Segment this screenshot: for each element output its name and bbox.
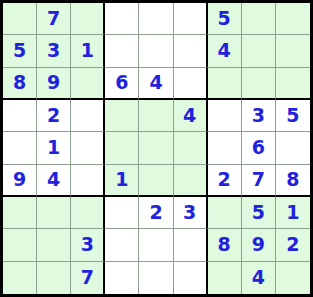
cell-r8c9[interactable]: 2 (276, 229, 310, 261)
cell-r5c3[interactable] (71, 132, 105, 164)
cell-r8c7[interactable]: 8 (208, 229, 242, 261)
cell-r6c4[interactable]: 1 (105, 165, 139, 197)
cell-r6c1[interactable]: 9 (3, 165, 37, 197)
given-digit: 8 (13, 73, 26, 92)
cell-r6c5[interactable] (139, 165, 173, 197)
cell-r9c3[interactable]: 7 (71, 262, 105, 294)
given-digit: 6 (115, 73, 128, 92)
cell-r1c3[interactable] (71, 3, 105, 35)
cell-r1c2[interactable]: 7 (37, 3, 71, 35)
cell-r7c3[interactable] (71, 197, 105, 229)
given-digit: 5 (218, 9, 231, 28)
cell-r8c1[interactable] (3, 229, 37, 261)
cell-r6c7[interactable]: 2 (208, 165, 242, 197)
given-digit: 6 (252, 138, 265, 157)
given-digit: 1 (81, 41, 94, 60)
cell-r5c2[interactable]: 1 (37, 132, 71, 164)
cell-r5c5[interactable] (139, 132, 173, 164)
cell-r2c4[interactable] (105, 35, 139, 67)
given-digit: 9 (13, 170, 26, 189)
given-digit: 1 (115, 170, 128, 189)
cell-r8c5[interactable] (139, 229, 173, 261)
cell-r1c6[interactable] (174, 3, 208, 35)
cell-r5c8[interactable]: 6 (242, 132, 276, 164)
cell-r7c2[interactable] (37, 197, 71, 229)
cell-r5c4[interactable] (105, 132, 139, 164)
cell-r8c3[interactable]: 3 (71, 229, 105, 261)
given-digit: 5 (252, 203, 265, 222)
cell-r2c6[interactable] (174, 35, 208, 67)
cell-r9c6[interactable] (174, 262, 208, 294)
cell-r2c5[interactable] (139, 35, 173, 67)
cell-r7c4[interactable] (105, 197, 139, 229)
given-digit: 1 (286, 203, 299, 222)
given-digit: 2 (218, 170, 231, 189)
given-digit: 9 (47, 73, 60, 92)
cell-r9c4[interactable] (105, 262, 139, 294)
cell-r1c8[interactable] (242, 3, 276, 35)
cell-r4c4[interactable] (105, 100, 139, 132)
given-digit: 3 (47, 41, 60, 60)
cell-r4c6[interactable]: 4 (174, 100, 208, 132)
cell-r4c2[interactable]: 2 (37, 100, 71, 132)
cell-r2c8[interactable] (242, 35, 276, 67)
cell-r6c8[interactable]: 7 (242, 165, 276, 197)
cell-r4c1[interactable] (3, 100, 37, 132)
cell-r3c1[interactable]: 8 (3, 68, 37, 100)
cell-r2c1[interactable]: 5 (3, 35, 37, 67)
cell-r5c7[interactable] (208, 132, 242, 164)
cell-r4c8[interactable]: 3 (242, 100, 276, 132)
cell-r1c4[interactable] (105, 3, 139, 35)
cell-r4c7[interactable] (208, 100, 242, 132)
given-digit: 9 (252, 235, 265, 254)
cell-r9c9[interactable] (276, 262, 310, 294)
cell-r1c9[interactable] (276, 3, 310, 35)
cell-r3c5[interactable]: 4 (139, 68, 173, 100)
cell-r5c6[interactable] (174, 132, 208, 164)
cell-r3c3[interactable] (71, 68, 105, 100)
cell-r8c8[interactable]: 9 (242, 229, 276, 261)
cell-r8c2[interactable] (37, 229, 71, 261)
cell-r2c2[interactable]: 3 (37, 35, 71, 67)
cell-r1c7[interactable]: 5 (208, 3, 242, 35)
cell-r1c1[interactable] (3, 3, 37, 35)
given-digit: 3 (252, 106, 265, 125)
cell-r3c4[interactable]: 6 (105, 68, 139, 100)
cell-r8c4[interactable] (105, 229, 139, 261)
given-digit: 2 (47, 106, 60, 125)
cell-r4c9[interactable]: 5 (276, 100, 310, 132)
given-digit: 4 (47, 170, 60, 189)
cell-r3c2[interactable]: 9 (37, 68, 71, 100)
cell-r9c2[interactable] (37, 262, 71, 294)
given-digit: 1 (47, 138, 60, 157)
cell-r6c3[interactable] (71, 165, 105, 197)
given-digit: 4 (183, 106, 196, 125)
cell-r3c6[interactable] (174, 68, 208, 100)
given-digit: 4 (218, 41, 231, 60)
cell-r3c8[interactable] (242, 68, 276, 100)
cell-r7c5[interactable]: 2 (139, 197, 173, 229)
given-digit: 8 (286, 170, 299, 189)
given-digit: 4 (252, 268, 265, 287)
cell-r5c9[interactable] (276, 132, 310, 164)
given-digit: 2 (286, 235, 299, 254)
cell-r9c5[interactable] (139, 262, 173, 294)
cell-r3c9[interactable] (276, 68, 310, 100)
cell-r4c3[interactable] (71, 100, 105, 132)
cell-r6c2[interactable]: 4 (37, 165, 71, 197)
given-digit: 5 (13, 41, 26, 60)
cell-r7c6[interactable]: 3 (174, 197, 208, 229)
cell-r7c9[interactable]: 1 (276, 197, 310, 229)
cell-r9c1[interactable] (3, 262, 37, 294)
cell-r9c7[interactable] (208, 262, 242, 294)
sudoku-board: 75531489642435169412782351389274 (0, 0, 313, 297)
given-digit: 8 (218, 235, 231, 254)
cell-r4c5[interactable] (139, 100, 173, 132)
given-digit: 3 (183, 203, 196, 222)
cell-r1c5[interactable] (139, 3, 173, 35)
cell-r9c8[interactable]: 4 (242, 262, 276, 294)
cell-r2c3[interactable]: 1 (71, 35, 105, 67)
given-digit: 2 (149, 203, 162, 222)
cell-r2c9[interactable] (276, 35, 310, 67)
given-digit: 7 (252, 170, 265, 189)
cell-r5c1[interactable] (3, 132, 37, 164)
cell-r2c7[interactable]: 4 (208, 35, 242, 67)
given-digit: 4 (149, 73, 162, 92)
given-digit: 5 (286, 106, 299, 125)
cell-r6c6[interactable] (174, 165, 208, 197)
cell-r6c9[interactable]: 8 (276, 165, 310, 197)
cell-r3c7[interactable] (208, 68, 242, 100)
cell-r7c8[interactable]: 5 (242, 197, 276, 229)
cell-r7c1[interactable] (3, 197, 37, 229)
given-digit: 7 (81, 268, 94, 287)
given-digit: 3 (81, 235, 94, 254)
cell-r8c6[interactable] (174, 229, 208, 261)
given-digit: 7 (47, 9, 60, 28)
cell-r7c7[interactable] (208, 197, 242, 229)
